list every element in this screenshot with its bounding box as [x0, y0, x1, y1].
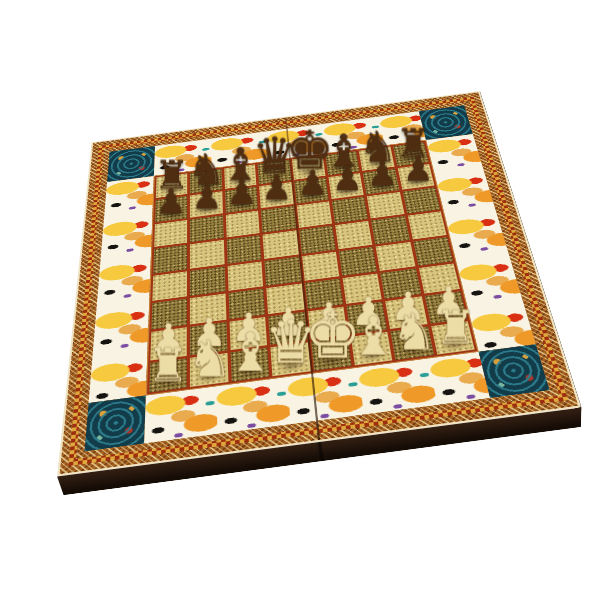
piece-white-bishop[interactable]: ♝: [350, 309, 398, 362]
piece-black-pawn[interactable]: ♟: [297, 166, 328, 200]
piece-black-pawn[interactable]: ♟: [403, 153, 434, 187]
square-a1[interactable]: ♜: [149, 358, 187, 393]
square-h5[interactable]: [407, 211, 446, 239]
square-b4[interactable]: [190, 266, 225, 296]
square-b1[interactable]: ♞: [190, 353, 228, 387]
square-c6[interactable]: [226, 210, 260, 237]
square-g5[interactable]: [371, 216, 409, 244]
square-e4[interactable]: [302, 251, 340, 280]
square-c4[interactable]: [227, 261, 263, 291]
square-f7[interactable]: ♟: [328, 173, 363, 199]
square-a5[interactable]: [153, 245, 187, 274]
piece-black-pawn[interactable]: ♟: [191, 180, 222, 214]
piece-black-pawn[interactable]: ♟: [262, 171, 293, 205]
board-grid-frame: ♜♞♝♛♚♝♞♜♟♟♟♟♟♟♟♟♟♟♟♟♟♟♟♟♜♞♝♛♚♝♞♜: [146, 140, 479, 395]
square-h1[interactable]: ♜: [431, 321, 475, 355]
square-c7[interactable]: ♟: [225, 187, 258, 213]
square-g4[interactable]: [376, 242, 415, 271]
square-h7[interactable]: ♟: [397, 164, 434, 189]
square-e6[interactable]: [296, 201, 332, 228]
square-h4[interactable]: [413, 237, 453, 266]
piece-black-pawn[interactable]: ♟: [367, 157, 398, 191]
square-f4[interactable]: [339, 246, 377, 275]
piece-black-pawn[interactable]: ♟: [156, 185, 187, 219]
piece-black-pawn[interactable]: ♟: [332, 162, 363, 196]
square-e7[interactable]: ♟: [294, 178, 329, 204]
product-photo-scene: ♜♞♝♛♚♝♞♜♟♟♟♟♟♟♟♟♟♟♟♟♟♟♟♟♜♞♝♛♚♝♞♜: [0, 0, 600, 600]
square-g6[interactable]: [367, 192, 404, 219]
piece-black-pawn[interactable]: ♟: [226, 176, 257, 210]
square-g1[interactable]: ♞: [391, 326, 434, 360]
piece-white-rook[interactable]: ♜: [435, 305, 477, 352]
square-f1[interactable]: ♝: [351, 332, 393, 366]
piece-white-knight[interactable]: ♞: [392, 306, 438, 357]
square-g7[interactable]: ♟: [363, 169, 399, 195]
chess-board-grid: ♜♞♝♛♚♝♞♜♟♟♟♟♟♟♟♟♟♟♟♟♟♟♟♟♜♞♝♛♚♝♞♜: [149, 142, 474, 392]
square-a4[interactable]: [152, 271, 187, 301]
piece-white-knight[interactable]: ♞: [186, 333, 232, 384]
square-e5[interactable]: [299, 226, 336, 254]
square-a7[interactable]: ♟: [155, 196, 187, 222]
square-c5[interactable]: [227, 235, 262, 263]
square-e1[interactable]: ♚: [311, 337, 352, 371]
piece-white-rook[interactable]: ♜: [147, 343, 189, 390]
chess-case: ♜♞♝♛♚♝♞♜♟♟♟♟♟♟♟♟♟♟♟♟♟♟♟♟♜♞♝♛♚♝♞♜: [57, 91, 581, 476]
